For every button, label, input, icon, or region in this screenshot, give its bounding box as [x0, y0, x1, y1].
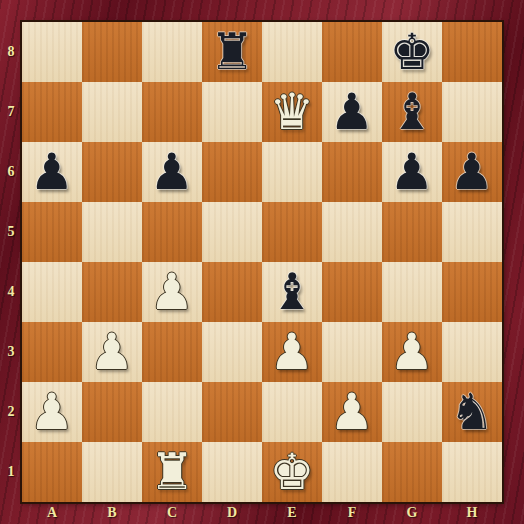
square-c1[interactable]: ♜	[142, 442, 202, 502]
square-f7[interactable]: ♟	[322, 82, 382, 142]
square-c2[interactable]	[142, 382, 202, 442]
square-g3[interactable]: ♟	[382, 322, 442, 382]
file-label-g: G	[382, 502, 442, 524]
black-bishop-g7[interactable]: ♝	[390, 82, 435, 142]
rank-label-3: 3	[0, 322, 22, 382]
file-label-d: D	[202, 502, 262, 524]
rank-label-4: 4	[0, 262, 22, 322]
square-g8[interactable]: ♚	[382, 22, 442, 82]
square-h8[interactable]	[442, 22, 502, 82]
white-pawn-a2[interactable]: ♟	[30, 382, 75, 442]
square-a5[interactable]	[22, 202, 82, 262]
square-a6[interactable]: ♟	[22, 142, 82, 202]
square-a4[interactable]	[22, 262, 82, 322]
square-f4[interactable]	[322, 262, 382, 322]
black-knight-h2[interactable]: ♞	[450, 382, 495, 442]
black-pawn-a6[interactable]: ♟	[30, 142, 75, 202]
file-label-c: C	[142, 502, 202, 524]
square-c4[interactable]: ♟	[142, 262, 202, 322]
square-h7[interactable]	[442, 82, 502, 142]
white-pawn-c4[interactable]: ♟	[150, 262, 195, 322]
square-e3[interactable]: ♟	[262, 322, 322, 382]
square-g4[interactable]	[382, 262, 442, 322]
black-pawn-c6[interactable]: ♟	[150, 142, 195, 202]
white-rook-c1[interactable]: ♜	[150, 442, 195, 502]
square-c8[interactable]	[142, 22, 202, 82]
rank-label-1: 1	[0, 442, 22, 502]
square-h2[interactable]: ♞	[442, 382, 502, 442]
square-f8[interactable]	[322, 22, 382, 82]
square-g6[interactable]: ♟	[382, 142, 442, 202]
square-d7[interactable]	[202, 82, 262, 142]
square-d4[interactable]	[202, 262, 262, 322]
file-label-h: H	[442, 502, 502, 524]
square-d6[interactable]	[202, 142, 262, 202]
file-label-a: A	[22, 502, 82, 524]
white-pawn-g3[interactable]: ♟	[390, 322, 435, 382]
square-e4[interactable]: ♝	[262, 262, 322, 322]
square-b5[interactable]	[82, 202, 142, 262]
rank-label-5: 5	[0, 202, 22, 262]
square-h4[interactable]	[442, 262, 502, 322]
square-c3[interactable]	[142, 322, 202, 382]
rank-label-6: 6	[0, 142, 22, 202]
square-g5[interactable]	[382, 202, 442, 262]
square-e1[interactable]: ♚	[262, 442, 322, 502]
rank-label-2: 2	[0, 382, 22, 442]
square-f3[interactable]	[322, 322, 382, 382]
black-pawn-g6[interactable]: ♟	[390, 142, 435, 202]
square-e2[interactable]	[262, 382, 322, 442]
file-label-f: F	[322, 502, 382, 524]
black-king-g8[interactable]: ♚	[390, 22, 435, 82]
square-f5[interactable]	[322, 202, 382, 262]
square-f1[interactable]	[322, 442, 382, 502]
square-a3[interactable]	[22, 322, 82, 382]
square-d1[interactable]	[202, 442, 262, 502]
square-b3[interactable]: ♟	[82, 322, 142, 382]
file-label-e: E	[262, 502, 322, 524]
square-d2[interactable]	[202, 382, 262, 442]
square-g1[interactable]	[382, 442, 442, 502]
white-pawn-b3[interactable]: ♟	[90, 322, 135, 382]
square-a7[interactable]	[22, 82, 82, 142]
square-c7[interactable]	[142, 82, 202, 142]
chess-board: ♜ ♚ ♛ ♟ ♝ ♟ ♟ ♟ ♟ ♟ ♝	[22, 22, 502, 502]
black-pawn-f7[interactable]: ♟	[330, 82, 375, 142]
white-pawn-f2[interactable]: ♟	[330, 382, 375, 442]
square-f2[interactable]: ♟	[322, 382, 382, 442]
square-d3[interactable]	[202, 322, 262, 382]
square-b4[interactable]	[82, 262, 142, 322]
square-b1[interactable]	[82, 442, 142, 502]
square-b7[interactable]	[82, 82, 142, 142]
square-b2[interactable]	[82, 382, 142, 442]
rank-label-7: 7	[0, 82, 22, 142]
rank-label-8: 8	[0, 22, 22, 82]
square-a1[interactable]	[22, 442, 82, 502]
white-pawn-e3[interactable]: ♟	[270, 322, 315, 382]
chess-board-window: 8 7 6 5 4 3 2 1 A B C D E F G H ♜ ♚ ♛ ♟ …	[0, 0, 524, 524]
square-a2[interactable]: ♟	[22, 382, 82, 442]
black-rook-d8[interactable]: ♜	[210, 22, 255, 82]
square-e6[interactable]	[262, 142, 322, 202]
square-e7[interactable]: ♛	[262, 82, 322, 142]
square-e5[interactable]	[262, 202, 322, 262]
white-king-e1[interactable]: ♚	[270, 442, 315, 502]
square-b8[interactable]	[82, 22, 142, 82]
square-g2[interactable]	[382, 382, 442, 442]
square-c6[interactable]: ♟	[142, 142, 202, 202]
square-h1[interactable]	[442, 442, 502, 502]
square-h6[interactable]: ♟	[442, 142, 502, 202]
square-g7[interactable]: ♝	[382, 82, 442, 142]
black-pawn-h6[interactable]: ♟	[450, 142, 495, 202]
square-b6[interactable]	[82, 142, 142, 202]
white-queen-e7[interactable]: ♛	[270, 82, 315, 142]
square-d8[interactable]: ♜	[202, 22, 262, 82]
square-c5[interactable]	[142, 202, 202, 262]
square-a8[interactable]	[22, 22, 82, 82]
square-h5[interactable]	[442, 202, 502, 262]
square-d5[interactable]	[202, 202, 262, 262]
file-label-b: B	[82, 502, 142, 524]
square-f6[interactable]	[322, 142, 382, 202]
square-e8[interactable]	[262, 22, 322, 82]
square-h3[interactable]	[442, 322, 502, 382]
black-bishop-e4[interactable]: ♝	[270, 262, 315, 322]
